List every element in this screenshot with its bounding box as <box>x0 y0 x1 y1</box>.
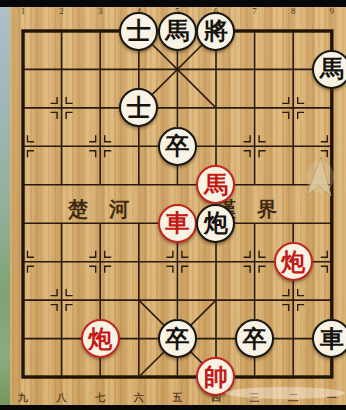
piece-red-cannon[interactable]: 炮 <box>274 242 313 281</box>
piece-red-general[interactable]: 帥 <box>196 357 235 396</box>
piece-black-cannon[interactable]: 炮 <box>196 204 235 243</box>
piece-black-soldier[interactable]: 卒 <box>158 127 197 166</box>
piece-black-general[interactable]: 將 <box>196 12 235 51</box>
piece-black-horse[interactable]: 馬 <box>312 50 346 89</box>
piece-black-advisor[interactable]: 士 <box>119 88 158 127</box>
xiangqi-board: 士馬將馬士卒馬車炮炮炮卒卒車帥 <box>4 12 346 396</box>
piece-red-horse[interactable]: 馬 <box>196 165 235 204</box>
piece-black-chariot[interactable]: 車 <box>312 319 346 358</box>
piece-black-horse[interactable]: 馬 <box>158 12 197 51</box>
letterbox-top-bar <box>0 0 346 7</box>
piece-black-advisor[interactable]: 士 <box>119 12 158 51</box>
piece-red-cannon[interactable]: 炮 <box>81 319 120 358</box>
piece-black-soldier[interactable]: 卒 <box>158 319 197 358</box>
piece-black-soldier[interactable]: 卒 <box>235 319 274 358</box>
piece-red-chariot[interactable]: 車 <box>158 204 197 243</box>
letterbox-bottom-bar <box>0 405 346 410</box>
xiangqi-app: 楚 河 漢 界 123456789 九八七六五四三二一 士馬將馬士卒馬車炮炮炮卒… <box>0 0 346 410</box>
